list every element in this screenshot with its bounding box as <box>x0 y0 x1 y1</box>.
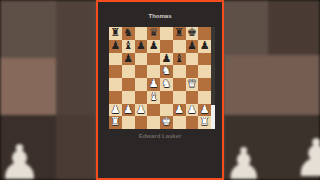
black-bishop-b7: ♝ <box>123 40 133 53</box>
square-d8: ♛ <box>147 27 160 40</box>
square-b8: ♞ <box>122 27 135 40</box>
square-a5 <box>109 65 122 78</box>
player-name-bottom: Edward Lasker <box>98 133 222 139</box>
square-h2: ♟ <box>198 104 211 117</box>
square-g7: ♟ <box>186 40 199 53</box>
square-f7 <box>173 40 186 53</box>
video-frame[interactable]: ♟ ♟ ♟ Thomas ♜♞♛♜♚♟♝♟♟♟♟♟♟♝♞♟♞♛♝♟♟♟♟♟♟♜♚… <box>0 0 320 180</box>
square-g2: ♟ <box>186 104 199 117</box>
black-pawn-c7: ♟ <box>136 40 146 53</box>
square-e3 <box>160 91 173 104</box>
white-rook-a1: ♜ <box>110 116 120 129</box>
square-c4 <box>135 78 148 91</box>
square-f8: ♜ <box>173 27 186 40</box>
white-pawn-a2: ♟ <box>110 104 120 117</box>
black-rook-a8: ♜ <box>110 27 120 40</box>
square-c1 <box>135 116 148 129</box>
square-a3 <box>109 91 122 104</box>
square-c6 <box>135 53 148 66</box>
square-a6 <box>109 53 122 66</box>
white-pawn-d4: ♟ <box>149 78 159 91</box>
square-h8 <box>198 27 211 40</box>
square-b1 <box>122 116 135 129</box>
background-square <box>224 0 268 55</box>
square-d6 <box>147 53 160 66</box>
background-square <box>268 0 320 55</box>
background-square <box>224 55 320 115</box>
square-b5 <box>122 65 135 78</box>
white-rook-h1: ♜ <box>200 116 210 129</box>
white-pawn-b2: ♟ <box>123 104 133 117</box>
square-d3: ♝ <box>147 91 160 104</box>
square-b7: ♝ <box>122 40 135 53</box>
square-c7: ♟ <box>135 40 148 53</box>
white-pawn-c2: ♟ <box>136 104 146 117</box>
blurred-pawn-icon: ♟ <box>224 138 263 180</box>
square-f1 <box>173 116 186 129</box>
black-pawn-h7: ♟ <box>200 40 210 53</box>
square-c3 <box>135 91 148 104</box>
white-bishop-d3: ♝ <box>149 91 159 104</box>
square-h4 <box>198 78 211 91</box>
square-g3 <box>186 91 199 104</box>
white-knight-e4: ♞ <box>161 78 171 91</box>
blurred-pawn-icon: ♟ <box>293 128 320 180</box>
background-square <box>56 0 96 115</box>
square-b3 <box>122 91 135 104</box>
black-rook-f8: ♜ <box>174 27 184 40</box>
square-d2 <box>147 104 160 117</box>
square-b4 <box>122 78 135 91</box>
blurred-pawn-icon: ♟ <box>0 134 41 180</box>
black-pawn-d7: ♟ <box>149 40 159 53</box>
square-h5 <box>198 65 211 78</box>
square-e1: ♚ <box>160 116 173 129</box>
square-d1 <box>147 116 160 129</box>
square-f4 <box>173 78 186 91</box>
square-f3 <box>173 91 186 104</box>
white-knight-e5: ♞ <box>161 65 171 78</box>
square-e5: ♞ <box>160 65 173 78</box>
white-pawn-g2: ♟ <box>187 104 197 117</box>
square-h6 <box>198 53 211 66</box>
black-king-g8: ♚ <box>187 27 197 40</box>
square-g6 <box>186 53 199 66</box>
evaluation-bar <box>211 27 215 129</box>
square-h3 <box>198 91 211 104</box>
square-e6: ♟ <box>160 53 173 66</box>
white-pawn-h2: ♟ <box>200 104 210 117</box>
square-e4: ♞ <box>160 78 173 91</box>
evaluation-bar-white <box>211 105 215 129</box>
square-g8: ♚ <box>186 27 199 40</box>
square-d5 <box>147 65 160 78</box>
black-pawn-e6: ♟ <box>161 53 171 66</box>
black-knight-b8: ♞ <box>123 27 133 40</box>
square-f2: ♟ <box>173 104 186 117</box>
black-pawn-b6: ♟ <box>123 53 133 66</box>
square-a1: ♜ <box>109 116 122 129</box>
square-e8 <box>160 27 173 40</box>
square-h1: ♜ <box>198 116 211 129</box>
square-b2: ♟ <box>122 104 135 117</box>
white-pawn-f2: ♟ <box>174 104 184 117</box>
square-d7: ♟ <box>147 40 160 53</box>
square-e2 <box>160 104 173 117</box>
background-square <box>0 58 56 115</box>
square-g5 <box>186 65 199 78</box>
video-panel: Thomas ♜♞♛♜♚♟♝♟♟♟♟♟♟♝♞♟♞♛♝♟♟♟♟♟♟♜♚♜ Edwa… <box>96 0 224 180</box>
square-f5 <box>173 65 186 78</box>
square-c5 <box>135 65 148 78</box>
chess-board: ♜♞♛♜♚♟♝♟♟♟♟♟♟♝♞♟♞♛♝♟♟♟♟♟♟♜♚♜ <box>109 27 211 129</box>
player-name-top: Thomas <box>98 13 222 19</box>
square-e7 <box>160 40 173 53</box>
black-pawn-g7: ♟ <box>187 40 197 53</box>
background-square <box>56 115 96 180</box>
square-c8 <box>135 27 148 40</box>
square-g4: ♛ <box>186 78 199 91</box>
square-a7: ♟ <box>109 40 122 53</box>
square-h7: ♟ <box>198 40 211 53</box>
square-g1 <box>186 116 199 129</box>
square-b6: ♟ <box>122 53 135 66</box>
square-a4 <box>109 78 122 91</box>
square-a8: ♜ <box>109 27 122 40</box>
square-c2: ♟ <box>135 104 148 117</box>
black-pawn-a7: ♟ <box>110 40 120 53</box>
white-queen-g4: ♛ <box>187 78 197 91</box>
white-king-e1: ♚ <box>161 116 171 129</box>
square-f6: ♝ <box>173 53 186 66</box>
square-d4: ♟ <box>147 78 160 91</box>
black-queen-d8: ♛ <box>149 27 159 40</box>
square-a2: ♟ <box>109 104 122 117</box>
black-bishop-f6: ♝ <box>174 53 184 66</box>
